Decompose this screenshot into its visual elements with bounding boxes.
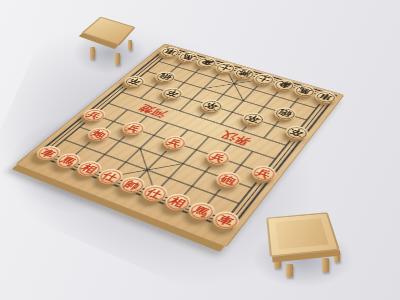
wooden-stool-small bbox=[82, 10, 144, 66]
stool-leg bbox=[322, 258, 329, 272]
stool-leg bbox=[286, 264, 293, 277]
wooden-stool-large bbox=[258, 202, 358, 282]
stool-leg bbox=[128, 40, 132, 50]
stool-top bbox=[266, 212, 340, 257]
xiangqi-scene: 河楚 界汉 車馬相仕帥仕相馬車炮砲兵兵兵兵兵車馬象士將士象馬車砲砲卒卒卒卒卒 bbox=[0, 0, 400, 300]
stool-leg bbox=[334, 250, 340, 262]
stool-leg bbox=[90, 47, 95, 59]
stool-leg bbox=[115, 53, 120, 65]
